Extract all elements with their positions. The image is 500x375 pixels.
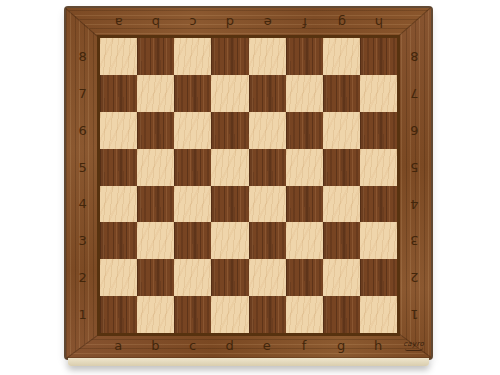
file-label-top-b: b	[137, 8, 174, 38]
square-h7[interactable]	[360, 75, 397, 112]
square-b2[interactable]	[137, 259, 174, 296]
file-label-bottom-c: c	[174, 333, 211, 358]
square-d6[interactable]	[211, 112, 248, 149]
square-f1[interactable]	[286, 296, 323, 333]
square-d2[interactable]	[211, 259, 248, 296]
square-f2[interactable]	[286, 259, 323, 296]
square-b5[interactable]	[137, 149, 174, 186]
square-f4[interactable]	[286, 186, 323, 223]
square-h2[interactable]	[360, 259, 397, 296]
rank-label-right-8: 8	[397, 38, 431, 75]
rank-label-left-5: 5	[66, 149, 100, 186]
square-c7[interactable]	[174, 75, 211, 112]
chess-board: abcdefgh abcdefgh 87654321 87654321 cayr…	[66, 8, 431, 358]
square-c5[interactable]	[174, 149, 211, 186]
square-d7[interactable]	[211, 75, 248, 112]
square-d8[interactable]	[211, 38, 248, 75]
file-label-bottom-f: f	[286, 333, 323, 358]
rank-label-left-2: 2	[66, 259, 100, 296]
square-d1[interactable]	[211, 296, 248, 333]
square-g6[interactable]	[323, 112, 360, 149]
rank-label-right-4: 4	[397, 186, 431, 223]
square-h3[interactable]	[360, 222, 397, 259]
rank-label-right-6: 6	[397, 112, 431, 149]
square-f8[interactable]	[286, 38, 323, 75]
square-f5[interactable]	[286, 149, 323, 186]
brand-logo-text: cayro	[403, 340, 424, 348]
square-h4[interactable]	[360, 186, 397, 223]
square-h6[interactable]	[360, 112, 397, 149]
file-label-bottom-a: a	[100, 333, 137, 358]
square-g2[interactable]	[323, 259, 360, 296]
square-a3[interactable]	[100, 222, 137, 259]
file-label-top-c: c	[174, 8, 211, 38]
square-c2[interactable]	[174, 259, 211, 296]
square-b1[interactable]	[137, 296, 174, 333]
square-h1[interactable]	[360, 296, 397, 333]
file-label-top-a: a	[100, 8, 137, 38]
square-a5[interactable]	[100, 149, 137, 186]
square-g1[interactable]	[323, 296, 360, 333]
square-f6[interactable]	[286, 112, 323, 149]
square-g4[interactable]	[323, 186, 360, 223]
square-c3[interactable]	[174, 222, 211, 259]
rank-label-right-2: 2	[397, 259, 431, 296]
rank-label-right-5: 5	[397, 149, 431, 186]
rank-label-left-3: 3	[66, 222, 100, 259]
rank-label-left-8: 8	[66, 38, 100, 75]
square-g7[interactable]	[323, 75, 360, 112]
square-g8[interactable]	[323, 38, 360, 75]
square-a8[interactable]	[100, 38, 137, 75]
rank-label-left-7: 7	[66, 75, 100, 112]
square-c8[interactable]	[174, 38, 211, 75]
rank-labels-left: 87654321	[66, 38, 100, 333]
square-e7[interactable]	[249, 75, 286, 112]
square-e5[interactable]	[249, 149, 286, 186]
file-label-top-f: f	[286, 8, 323, 38]
square-a6[interactable]	[100, 112, 137, 149]
square-a4[interactable]	[100, 186, 137, 223]
file-label-top-g: g	[323, 8, 360, 38]
file-label-top-h: h	[360, 8, 397, 38]
file-label-bottom-h: h	[360, 333, 397, 358]
board-edge-side	[68, 358, 429, 366]
file-label-bottom-b: b	[137, 333, 174, 358]
square-e4[interactable]	[249, 186, 286, 223]
square-h5[interactable]	[360, 149, 397, 186]
rank-label-right-1: 1	[397, 296, 431, 333]
file-label-bottom-d: d	[211, 333, 248, 358]
square-a1[interactable]	[100, 296, 137, 333]
square-b6[interactable]	[137, 112, 174, 149]
square-e3[interactable]	[249, 222, 286, 259]
rank-label-left-1: 1	[66, 296, 100, 333]
rank-label-right-7: 7	[397, 75, 431, 112]
square-e2[interactable]	[249, 259, 286, 296]
rank-label-right-3: 3	[397, 222, 431, 259]
square-a2[interactable]	[100, 259, 137, 296]
square-b4[interactable]	[137, 186, 174, 223]
file-labels-bottom: abcdefgh	[100, 333, 397, 358]
square-e1[interactable]	[249, 296, 286, 333]
square-c1[interactable]	[174, 296, 211, 333]
product-photo-background: abcdefgh abcdefgh 87654321 87654321 cayr…	[0, 0, 500, 375]
square-f3[interactable]	[286, 222, 323, 259]
square-b3[interactable]	[137, 222, 174, 259]
rank-label-left-6: 6	[66, 112, 100, 149]
square-a7[interactable]	[100, 75, 137, 112]
square-d4[interactable]	[211, 186, 248, 223]
square-g3[interactable]	[323, 222, 360, 259]
square-h8[interactable]	[360, 38, 397, 75]
file-label-bottom-g: g	[323, 333, 360, 358]
square-g5[interactable]	[323, 149, 360, 186]
file-label-bottom-e: e	[249, 333, 286, 358]
file-label-top-e: e	[249, 8, 286, 38]
rank-labels-right: 87654321	[397, 38, 431, 333]
square-e6[interactable]	[249, 112, 286, 149]
board-field	[100, 38, 397, 333]
file-label-top-d: d	[211, 8, 248, 38]
square-c6[interactable]	[174, 112, 211, 149]
rank-label-left-4: 4	[66, 186, 100, 223]
square-c4[interactable]	[174, 186, 211, 223]
square-f7[interactable]	[286, 75, 323, 112]
square-d3[interactable]	[211, 222, 248, 259]
square-e8[interactable]	[249, 38, 286, 75]
file-labels-top: abcdefgh	[100, 8, 397, 38]
square-d5[interactable]	[211, 149, 248, 186]
square-b7[interactable]	[137, 75, 174, 112]
square-b8[interactable]	[137, 38, 174, 75]
brand-logo: cayro	[403, 340, 424, 351]
